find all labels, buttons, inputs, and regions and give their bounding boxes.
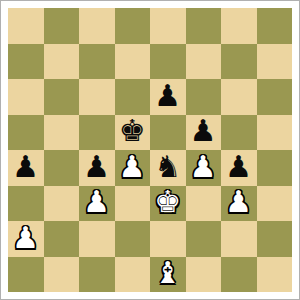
square-a7[interactable] [8,44,44,80]
square-d4[interactable]: ♟ [115,150,151,186]
square-b8[interactable] [44,8,80,44]
square-d1[interactable] [115,257,151,293]
square-c5[interactable] [79,115,115,151]
piece-black-pawn: ♟ [83,152,110,182]
square-d7[interactable] [115,44,151,80]
square-e8[interactable] [150,8,186,44]
square-c6[interactable] [79,79,115,115]
square-c1[interactable] [79,257,115,293]
square-h7[interactable] [257,44,293,80]
square-a2[interactable]: ♟ [8,221,44,257]
square-b4[interactable] [44,150,80,186]
square-g2[interactable] [221,221,257,257]
square-g3[interactable]: ♟ [221,186,257,222]
piece-white-king: ♚ [154,187,181,217]
square-g4[interactable]: ♟ [221,150,257,186]
square-d6[interactable] [115,79,151,115]
square-c4[interactable]: ♟ [79,150,115,186]
square-b1[interactable] [44,257,80,293]
board-frame: ♟♚♟♟♟♟♞♟♟♟♚♟♟♝ [0,0,300,300]
square-b2[interactable] [44,221,80,257]
square-c2[interactable] [79,221,115,257]
square-e4[interactable]: ♞ [150,150,186,186]
square-e7[interactable] [150,44,186,80]
square-a1[interactable] [8,257,44,293]
square-e6[interactable]: ♟ [150,79,186,115]
square-f7[interactable] [186,44,222,80]
square-g7[interactable] [221,44,257,80]
square-b6[interactable] [44,79,80,115]
square-b3[interactable] [44,186,80,222]
square-f5[interactable]: ♟ [186,115,222,151]
square-c7[interactable] [79,44,115,80]
square-e5[interactable] [150,115,186,151]
piece-white-bishop: ♝ [154,258,181,288]
square-e1[interactable]: ♝ [150,257,186,293]
square-f6[interactable] [186,79,222,115]
piece-white-pawn: ♟ [119,152,146,182]
square-f2[interactable] [186,221,222,257]
square-h6[interactable] [257,79,293,115]
square-g5[interactable] [221,115,257,151]
piece-white-pawn: ♟ [12,223,39,253]
square-b5[interactable] [44,115,80,151]
square-h1[interactable] [257,257,293,293]
square-g6[interactable] [221,79,257,115]
piece-white-pawn: ♟ [225,187,252,217]
square-h4[interactable] [257,150,293,186]
piece-white-pawn: ♟ [190,152,217,182]
square-f8[interactable] [186,8,222,44]
square-e2[interactable] [150,221,186,257]
square-e3[interactable]: ♚ [150,186,186,222]
square-f1[interactable] [186,257,222,293]
square-d5[interactable]: ♚ [115,115,151,151]
square-a5[interactable] [8,115,44,151]
square-h8[interactable] [257,8,293,44]
square-d3[interactable] [115,186,151,222]
square-h5[interactable] [257,115,293,151]
piece-black-knight: ♞ [154,152,181,182]
square-c8[interactable] [79,8,115,44]
square-a3[interactable] [8,186,44,222]
square-a6[interactable] [8,79,44,115]
piece-black-pawn: ♟ [12,152,39,182]
chess-board: ♟♚♟♟♟♟♞♟♟♟♚♟♟♝ [8,8,292,292]
piece-black-king: ♚ [119,116,146,146]
square-a8[interactable] [8,8,44,44]
piece-black-pawn: ♟ [225,152,252,182]
square-g1[interactable] [221,257,257,293]
square-c3[interactable]: ♟ [79,186,115,222]
piece-black-pawn: ♟ [190,116,217,146]
piece-black-pawn: ♟ [154,81,181,111]
square-g8[interactable] [221,8,257,44]
square-f4[interactable]: ♟ [186,150,222,186]
square-b7[interactable] [44,44,80,80]
piece-white-pawn: ♟ [83,187,110,217]
square-d8[interactable] [115,8,151,44]
square-h3[interactable] [257,186,293,222]
square-h2[interactable] [257,221,293,257]
square-a4[interactable]: ♟ [8,150,44,186]
square-f3[interactable] [186,186,222,222]
square-d2[interactable] [115,221,151,257]
